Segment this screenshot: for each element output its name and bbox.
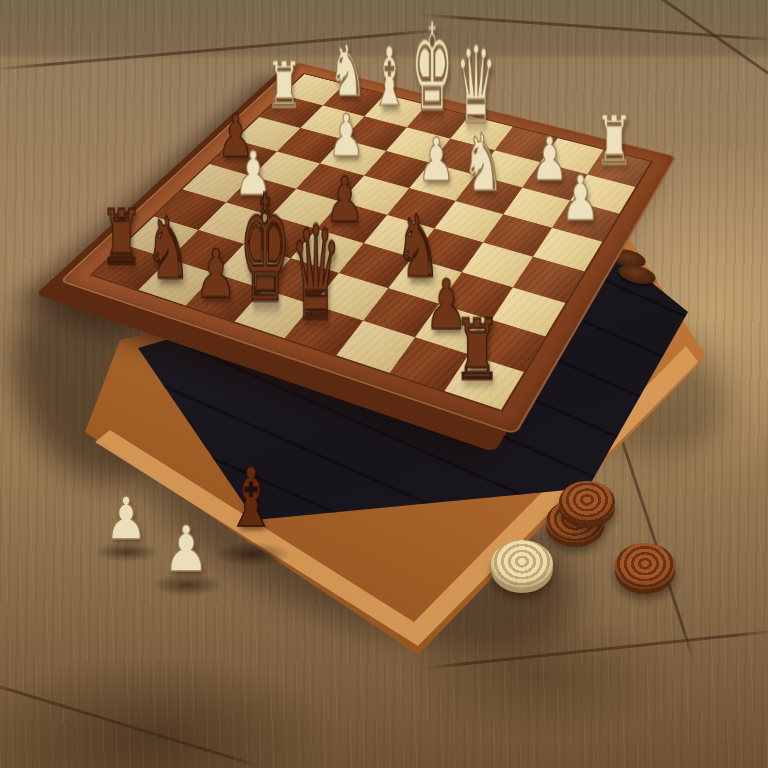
cream-rook: ♜: [266, 53, 303, 118]
brown-pawn: ♟: [195, 240, 237, 307]
floor-pawn-cream: ♟: [163, 518, 209, 582]
floor-bishop-brown: ♝: [225, 457, 276, 539]
cream-king: ♚: [411, 7, 454, 129]
cream-knight: ♞: [462, 123, 504, 202]
cream-bishop: ♝: [371, 36, 408, 117]
cream-pawn: ♟: [418, 130, 455, 190]
cream-pawn: ♟: [328, 106, 364, 164]
cream-pawn: ♟: [561, 167, 600, 229]
floor-checker-brown: [559, 481, 615, 523]
floor-plank-seam: [615, 422, 695, 661]
floor-checker-brown: [615, 543, 675, 589]
brown-rook: ♜: [100, 200, 143, 276]
brown-knight: ♞: [145, 205, 191, 291]
cream-knight: ♞: [329, 35, 367, 107]
brown-king: ♚: [239, 176, 290, 323]
brown-queen: ♛: [291, 210, 341, 340]
floor-plank-seam: [0, 678, 264, 768]
floor-checker-white: [491, 540, 553, 588]
floor-plank-seam: [637, 0, 768, 98]
floor-pawn-cream: ♟: [105, 489, 148, 548]
cream-rook: ♜: [595, 107, 634, 176]
product-photo-scene: ♞♝♚♛♜♜♟♟♟♞♟♟♟♟♞♟♜♞♟♚♛♜ ♟ ♟ ♝: [0, 0, 768, 768]
brown-rook: ♜: [453, 309, 501, 393]
